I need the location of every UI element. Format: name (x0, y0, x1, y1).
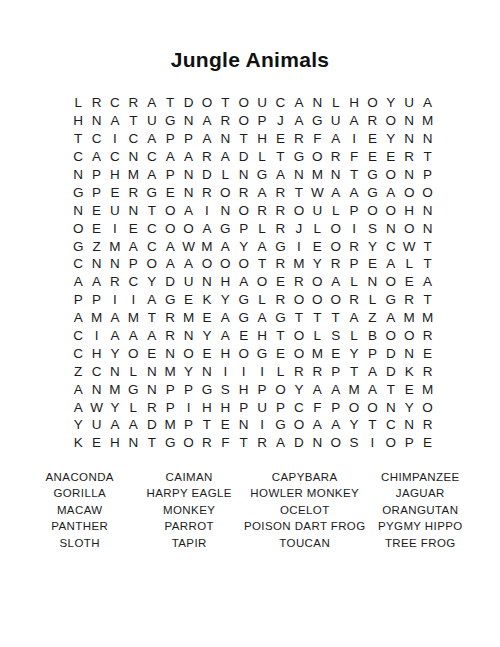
grid-cell[interactable]: N (124, 201, 142, 219)
grid-cell[interactable]: U (106, 201, 124, 219)
grid-cell[interactable]: S (363, 219, 381, 237)
grid-cell[interactable]: G (235, 291, 253, 309)
grid-cell[interactable]: L (253, 219, 271, 237)
grid-cell[interactable]: H (216, 273, 234, 291)
grid-cell[interactable]: O (271, 380, 289, 398)
grid-cell[interactable]: P (235, 219, 253, 237)
grid-cell[interactable]: E (198, 344, 216, 362)
grid-cell[interactable]: L (363, 291, 381, 309)
grid-cell[interactable]: E (143, 344, 161, 362)
grid-cell[interactable]: U (87, 416, 105, 434)
grid-cell[interactable]: R (326, 255, 344, 273)
grid-cell[interactable]: P (87, 166, 105, 184)
grid-cell[interactable]: T (253, 255, 271, 273)
grid-cell[interactable]: K (198, 291, 216, 309)
grid-cell[interactable]: A (345, 183, 363, 201)
grid-cell[interactable]: E (106, 183, 124, 201)
grid-cell[interactable]: A (216, 237, 234, 255)
grid-cell[interactable]: E (326, 344, 344, 362)
grid-cell[interactable]: O (216, 255, 234, 273)
grid-cell[interactable]: A (271, 434, 289, 452)
grid-cell[interactable]: Y (345, 416, 363, 434)
grid-cell[interactable]: A (216, 309, 234, 327)
grid-cell[interactable]: O (326, 219, 344, 237)
grid-cell[interactable]: E (363, 148, 381, 166)
grid-cell[interactable]: A (124, 327, 142, 345)
grid-cell[interactable]: J (290, 219, 308, 237)
grid-cell[interactable]: L (253, 148, 271, 166)
grid-cell[interactable]: S (326, 327, 344, 345)
grid-cell[interactable]: N (400, 344, 418, 362)
grid-cell[interactable]: I (179, 398, 197, 416)
grid-cell[interactable]: N (400, 130, 418, 148)
grid-cell[interactable]: G (308, 112, 326, 130)
grid-cell[interactable]: I (124, 291, 142, 309)
grid-cell[interactable]: N (124, 434, 142, 452)
grid-cell[interactable]: H (400, 201, 418, 219)
grid-cell[interactable]: E (400, 273, 418, 291)
grid-cell[interactable]: O (198, 94, 216, 112)
grid-cell[interactable]: N (179, 327, 197, 345)
grid-cell[interactable]: M (124, 309, 142, 327)
grid-cell[interactable]: R (308, 362, 326, 380)
grid-cell[interactable]: G (161, 434, 179, 452)
grid-cell[interactable]: C (69, 255, 87, 273)
grid-cell[interactable]: C (124, 273, 142, 291)
grid-cell[interactable]: P (326, 362, 344, 380)
grid-cell[interactable]: P (253, 112, 271, 130)
grid-cell[interactable]: A (124, 237, 142, 255)
grid-cell[interactable]: P (69, 291, 87, 309)
grid-cell[interactable]: C (382, 416, 400, 434)
grid-cell[interactable]: R (345, 291, 363, 309)
grid-cell[interactable]: L (326, 94, 344, 112)
grid-cell[interactable]: O (235, 94, 253, 112)
grid-cell[interactable]: Y (290, 380, 308, 398)
grid-cell[interactable]: G (161, 291, 179, 309)
grid-cell[interactable]: L (69, 94, 87, 112)
grid-cell[interactable]: Y (363, 237, 381, 255)
grid-cell[interactable]: G (143, 183, 161, 201)
grid-cell[interactable]: P (161, 130, 179, 148)
grid-cell[interactable]: L (124, 362, 142, 380)
grid-cell[interactable]: L (345, 327, 363, 345)
grid-cell[interactable]: R (87, 94, 105, 112)
grid-cell[interactable]: M (400, 309, 418, 327)
grid-cell[interactable]: U (253, 398, 271, 416)
grid-cell[interactable]: C (87, 130, 105, 148)
grid-cell[interactable]: T (161, 94, 179, 112)
grid-cell[interactable]: A (326, 273, 344, 291)
grid-cell[interactable]: R (143, 398, 161, 416)
grid-cell[interactable]: H (345, 94, 363, 112)
grid-cell[interactable]: N (87, 255, 105, 273)
grid-cell[interactable]: D (143, 416, 161, 434)
grid-cell[interactable]: O (308, 291, 326, 309)
grid-cell[interactable]: Y (308, 255, 326, 273)
grid-cell[interactable]: P (179, 380, 197, 398)
grid-cell[interactable]: P (161, 166, 179, 184)
grid-cell[interactable]: O (235, 344, 253, 362)
grid-cell[interactable]: L (271, 362, 289, 380)
grid-cell[interactable]: E (418, 344, 436, 362)
grid-cell[interactable]: T (308, 309, 326, 327)
grid-cell[interactable]: A (216, 148, 234, 166)
grid-cell[interactable]: A (326, 416, 344, 434)
grid-cell[interactable]: O (198, 255, 216, 273)
grid-cell[interactable]: O (179, 434, 197, 452)
grid-cell[interactable]: T (198, 416, 216, 434)
grid-cell[interactable]: E (124, 219, 142, 237)
grid-cell[interactable]: P (271, 398, 289, 416)
grid-cell[interactable]: L (216, 166, 234, 184)
grid-cell[interactable]: R (271, 291, 289, 309)
grid-cell[interactable]: N (198, 273, 216, 291)
grid-cell[interactable]: T (271, 148, 289, 166)
grid-cell[interactable]: M (198, 237, 216, 255)
grid-cell[interactable]: H (198, 398, 216, 416)
grid-cell[interactable]: O (400, 219, 418, 237)
grid-cell[interactable]: T (271, 327, 289, 345)
grid-cell[interactable]: R (400, 291, 418, 309)
grid-cell[interactable]: M (418, 112, 436, 130)
grid-cell[interactable]: O (235, 201, 253, 219)
grid-cell[interactable]: C (290, 398, 308, 416)
grid-cell[interactable]: N (418, 201, 436, 219)
grid-cell[interactable]: O (382, 166, 400, 184)
grid-cell[interactable]: G (271, 416, 289, 434)
grid-cell[interactable]: A (161, 237, 179, 255)
grid-cell[interactable]: G (253, 344, 271, 362)
grid-cell[interactable]: O (143, 255, 161, 273)
grid-cell[interactable]: E (87, 201, 105, 219)
grid-cell[interactable]: P (400, 434, 418, 452)
grid-cell[interactable]: H (235, 380, 253, 398)
grid-cell[interactable]: W (87, 398, 105, 416)
grid-cell[interactable]: R (418, 327, 436, 345)
grid-cell[interactable]: Z (363, 309, 381, 327)
grid-cell[interactable]: E (179, 291, 197, 309)
grid-cell[interactable]: G (382, 291, 400, 309)
grid-cell[interactable]: A (106, 309, 124, 327)
grid-cell[interactable]: M (308, 344, 326, 362)
grid-cell[interactable]: A (161, 255, 179, 273)
grid-cell[interactable]: O (69, 219, 87, 237)
grid-cell[interactable]: P (326, 398, 344, 416)
grid-cell[interactable]: H (216, 398, 234, 416)
grid-cell[interactable]: D (179, 94, 197, 112)
grid-cell[interactable]: O (290, 327, 308, 345)
grid-cell[interactable]: W (179, 237, 197, 255)
grid-cell[interactable]: O (382, 434, 400, 452)
grid-cell[interactable]: A (290, 112, 308, 130)
grid-cell[interactable]: G (253, 166, 271, 184)
grid-cell[interactable]: N (106, 255, 124, 273)
grid-cell[interactable]: T (69, 130, 87, 148)
grid-cell[interactable]: A (345, 112, 363, 130)
grid-cell[interactable]: L (345, 273, 363, 291)
grid-cell[interactable]: E (363, 130, 381, 148)
grid-cell[interactable]: R (253, 434, 271, 452)
grid-cell[interactable]: W (308, 183, 326, 201)
grid-cell[interactable]: E (363, 255, 381, 273)
grid-cell[interactable]: Y (198, 327, 216, 345)
grid-cell[interactable]: T (216, 94, 234, 112)
grid-cell[interactable]: N (216, 130, 234, 148)
grid-cell[interactable]: R (161, 327, 179, 345)
grid-cell[interactable]: Y (382, 130, 400, 148)
grid-cell[interactable]: N (69, 201, 87, 219)
grid-cell[interactable]: D (382, 362, 400, 380)
grid-cell[interactable]: R (235, 183, 253, 201)
grid-cell[interactable]: G (69, 237, 87, 255)
grid-cell[interactable]: G (271, 309, 289, 327)
grid-cell[interactable]: C (124, 130, 142, 148)
grid-cell[interactable]: D (290, 434, 308, 452)
grid-cell[interactable]: M (87, 309, 105, 327)
grid-cell[interactable]: I (87, 327, 105, 345)
grid-cell[interactable]: N (106, 362, 124, 380)
grid-cell[interactable]: M (106, 380, 124, 398)
grid-cell[interactable]: A (143, 130, 161, 148)
grid-cell[interactable]: C (271, 94, 289, 112)
grid-cell[interactable]: R (124, 94, 142, 112)
grid-cell[interactable]: I (106, 130, 124, 148)
grid-cell[interactable]: C (143, 237, 161, 255)
grid-cell[interactable]: A (382, 183, 400, 201)
grid-cell[interactable]: T (418, 291, 436, 309)
grid-cell[interactable]: A (253, 237, 271, 255)
grid-cell[interactable]: T (418, 237, 436, 255)
grid-cell[interactable]: I (198, 201, 216, 219)
grid-cell[interactable]: N (143, 362, 161, 380)
grid-cell[interactable]: N (161, 344, 179, 362)
grid-cell[interactable]: E (271, 344, 289, 362)
grid-cell[interactable]: N (400, 112, 418, 130)
grid-cell[interactable]: C (87, 362, 105, 380)
grid-cell[interactable]: T (143, 309, 161, 327)
grid-cell[interactable]: N (143, 380, 161, 398)
grid-cell[interactable]: A (418, 273, 436, 291)
grid-cell[interactable]: P (124, 255, 142, 273)
grid-cell[interactable]: A (382, 255, 400, 273)
grid-cell[interactable]: A (235, 273, 253, 291)
grid-cell[interactable]: U (308, 201, 326, 219)
grid-cell[interactable]: D (235, 148, 253, 166)
grid-cell[interactable]: C (143, 148, 161, 166)
grid-cell[interactable]: Y (106, 344, 124, 362)
grid-cell[interactable]: Y (235, 237, 253, 255)
grid-cell[interactable]: I (345, 219, 363, 237)
grid-cell[interactable]: D (161, 273, 179, 291)
grid-cell[interactable]: A (143, 291, 161, 309)
grid-cell[interactable]: C (69, 327, 87, 345)
grid-cell[interactable]: G (216, 219, 234, 237)
grid-cell[interactable]: L (253, 291, 271, 309)
grid-cell[interactable]: R (271, 219, 289, 237)
grid-cell[interactable]: I (253, 362, 271, 380)
grid-cell[interactable]: N (326, 166, 344, 184)
grid-cell[interactable]: T (143, 434, 161, 452)
grid-cell[interactable]: E (216, 416, 234, 434)
grid-cell[interactable]: E (87, 219, 105, 237)
grid-cell[interactable]: N (235, 166, 253, 184)
grid-cell[interactable]: O (290, 416, 308, 434)
grid-cell[interactable]: Y (106, 398, 124, 416)
grid-cell[interactable]: E (271, 273, 289, 291)
grid-cell[interactable]: R (124, 183, 142, 201)
grid-cell[interactable]: O (290, 201, 308, 219)
grid-cell[interactable]: I (106, 291, 124, 309)
grid-cell[interactable]: R (253, 201, 271, 219)
grid-cell[interactable]: P (253, 380, 271, 398)
grid-cell[interactable]: M (418, 380, 436, 398)
grid-cell[interactable]: O (363, 201, 381, 219)
grid-cell[interactable]: Z (87, 237, 105, 255)
grid-cell[interactable]: N (400, 166, 418, 184)
grid-cell[interactable]: T (124, 112, 142, 130)
grid-cell[interactable]: N (179, 166, 197, 184)
grid-cell[interactable]: I (363, 434, 381, 452)
grid-cell[interactable]: O (382, 112, 400, 130)
grid-cell[interactable]: O (326, 237, 344, 255)
grid-cell[interactable]: W (400, 237, 418, 255)
grid-cell[interactable]: G (271, 237, 289, 255)
grid-cell[interactable]: A (382, 309, 400, 327)
grid-cell[interactable]: O (418, 183, 436, 201)
grid-cell[interactable]: R (400, 148, 418, 166)
grid-cell[interactable]: A (69, 398, 87, 416)
grid-cell[interactable]: N (418, 219, 436, 237)
grid-cell[interactable]: P (345, 255, 363, 273)
grid-cell[interactable]: A (308, 380, 326, 398)
grid-cell[interactable]: A (124, 416, 142, 434)
grid-cell[interactable]: Y (400, 398, 418, 416)
grid-cell[interactable]: R (198, 183, 216, 201)
grid-cell[interactable]: A (143, 327, 161, 345)
grid-cell[interactable]: P (179, 416, 197, 434)
grid-cell[interactable]: G (363, 183, 381, 201)
grid-cell[interactable]: N (382, 398, 400, 416)
grid-cell[interactable]: A (69, 380, 87, 398)
grid-cell[interactable]: J (271, 112, 289, 130)
grid-cell[interactable]: A (271, 166, 289, 184)
grid-cell[interactable]: O (235, 255, 253, 273)
grid-cell[interactable]: R (290, 130, 308, 148)
grid-cell[interactable]: A (253, 309, 271, 327)
grid-cell[interactable]: Y (216, 291, 234, 309)
grid-cell[interactable]: H (216, 344, 234, 362)
grid-cell[interactable]: R (198, 148, 216, 166)
grid-cell[interactable]: L (400, 255, 418, 273)
grid-cell[interactable]: O (418, 398, 436, 416)
grid-cell[interactable]: O (179, 219, 197, 237)
grid-cell[interactable]: I (216, 362, 234, 380)
grid-cell[interactable]: H (106, 434, 124, 452)
grid-cell[interactable]: P (418, 166, 436, 184)
grid-cell[interactable]: H (87, 344, 105, 362)
grid-cell[interactable]: T (290, 309, 308, 327)
grid-cell[interactable]: N (216, 201, 234, 219)
grid-cell[interactable]: L (124, 398, 142, 416)
grid-cell[interactable]: O (216, 183, 234, 201)
grid-cell[interactable]: A (363, 380, 381, 398)
grid-cell[interactable]: N (235, 416, 253, 434)
grid-cell[interactable]: G (124, 380, 142, 398)
grid-cell[interactable]: S (216, 380, 234, 398)
grid-cell[interactable]: F (308, 398, 326, 416)
grid-cell[interactable]: N (87, 380, 105, 398)
grid-cell[interactable]: G (161, 112, 179, 130)
grid-cell[interactable]: F (216, 434, 234, 452)
grid-cell[interactable]: M (161, 362, 179, 380)
grid-cell[interactable]: F (345, 148, 363, 166)
grid-cell[interactable]: O (161, 219, 179, 237)
grid-cell[interactable]: G (198, 380, 216, 398)
grid-cell[interactable]: U (179, 273, 197, 291)
grid-cell[interactable]: A (216, 327, 234, 345)
grid-cell[interactable]: H (69, 112, 87, 130)
grid-cell[interactable]: Y (69, 416, 87, 434)
grid-cell[interactable]: P (363, 344, 381, 362)
grid-cell[interactable]: M (308, 166, 326, 184)
grid-cell[interactable]: N (198, 362, 216, 380)
grid-cell[interactable]: A (198, 112, 216, 130)
grid-cell[interactable]: R (363, 112, 381, 130)
grid-cell[interactable]: I (106, 219, 124, 237)
grid-cell[interactable]: R (198, 434, 216, 452)
grid-cell[interactable]: P (345, 201, 363, 219)
grid-cell[interactable]: E (418, 434, 436, 452)
grid-cell[interactable]: R (290, 273, 308, 291)
grid-cell[interactable]: G (69, 183, 87, 201)
grid-cell[interactable]: A (106, 112, 124, 130)
grid-cell[interactable]: H (253, 327, 271, 345)
grid-cell[interactable]: O (400, 183, 418, 201)
grid-cell[interactable]: T (345, 362, 363, 380)
grid-cell[interactable]: A (143, 166, 161, 184)
grid-cell[interactable]: O (308, 273, 326, 291)
grid-cell[interactable]: E (87, 434, 105, 452)
grid-cell[interactable]: R (216, 112, 234, 130)
grid-cell[interactable]: T (345, 166, 363, 184)
grid-cell[interactable]: A (363, 362, 381, 380)
grid-cell[interactable]: C (382, 237, 400, 255)
grid-cell[interactable]: A (326, 380, 344, 398)
grid-cell[interactable]: U (400, 94, 418, 112)
grid-cell[interactable]: A (198, 130, 216, 148)
grid-cell[interactable]: T (418, 255, 436, 273)
grid-cell[interactable]: O (308, 148, 326, 166)
grid-cell[interactable]: R (290, 362, 308, 380)
grid-cell[interactable]: H (253, 130, 271, 148)
grid-cell[interactable]: R (271, 201, 289, 219)
grid-cell[interactable]: G (290, 148, 308, 166)
grid-cell[interactable]: I (290, 237, 308, 255)
grid-cell[interactable]: F (308, 130, 326, 148)
grid-cell[interactable]: C (106, 94, 124, 112)
grid-cell[interactable]: N (179, 112, 197, 130)
grid-cell[interactable]: O (326, 434, 344, 452)
grid-cell[interactable]: A (69, 273, 87, 291)
grid-cell[interactable]: E (308, 237, 326, 255)
grid-cell[interactable]: A (179, 255, 197, 273)
grid-cell[interactable]: L (308, 327, 326, 345)
grid-cell[interactable]: P (161, 380, 179, 398)
grid-cell[interactable]: R (106, 273, 124, 291)
grid-cell[interactable]: P (235, 398, 253, 416)
grid-cell[interactable]: A (290, 94, 308, 112)
